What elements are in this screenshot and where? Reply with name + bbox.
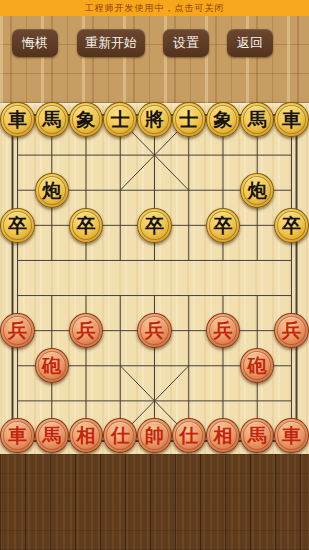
piece-black-elephant[interactable]: 象 [69, 102, 103, 137]
board-point-r7c1[interactable]: 砲 [35, 348, 69, 383]
board-point-r6c7[interactable] [240, 313, 274, 348]
board-point-r4c6[interactable] [206, 243, 240, 278]
xiangqi-app-screen: 工程师开发使用中，点击可关闭 悔棋 重新开始 设置 返回 車馬象士將士象馬車炮炮… [0, 0, 309, 550]
board-point-r9c8[interactable]: 車 [274, 418, 308, 453]
piece-glyph: 卒 [214, 215, 233, 234]
board-point-r3c8[interactable]: 卒 [274, 208, 308, 243]
board-point-r1c7[interactable] [240, 138, 274, 173]
piece-black-chariot[interactable]: 車 [0, 102, 34, 137]
piece-glyph: 相 [214, 426, 233, 445]
board-point-r0c8[interactable]: 車 [274, 102, 308, 137]
piece-glyph: 車 [282, 426, 301, 445]
board-point-r4c4[interactable] [137, 243, 171, 278]
board-point-r3c5[interactable] [172, 208, 206, 243]
board-point-r1c8[interactable] [274, 138, 308, 173]
piece-glyph: 馬 [42, 426, 61, 445]
board-point-r5c8[interactable] [274, 278, 308, 313]
board-point-r2c1[interactable]: 炮 [35, 173, 69, 208]
board-point-r0c4[interactable]: 將 [137, 102, 171, 137]
board-point-r5c6[interactable] [206, 278, 240, 313]
board-point-r8c2[interactable] [69, 383, 103, 418]
board-point-r3c7[interactable] [240, 208, 274, 243]
board-point-r6c4[interactable]: 兵 [137, 313, 171, 348]
board-point-r7c6[interactable] [206, 348, 240, 383]
piece-glyph: 馬 [42, 110, 61, 129]
piece-red-horse[interactable]: 馬 [240, 418, 274, 453]
board-point-r0c2[interactable]: 象 [69, 102, 103, 137]
board-point-r2c0[interactable] [0, 173, 34, 208]
piece-glyph: 砲 [248, 356, 267, 375]
board-point-r1c5[interactable] [172, 138, 206, 173]
board-point-r6c2[interactable]: 兵 [69, 313, 103, 348]
piece-glyph: 卒 [8, 215, 27, 234]
board-point-r2c2[interactable] [69, 173, 103, 208]
board-point-r2c7[interactable]: 炮 [240, 173, 274, 208]
board-point-r0c3[interactable]: 士 [103, 102, 137, 137]
piece-red-cannon[interactable]: 砲 [35, 348, 69, 383]
board-point-r1c6[interactable] [206, 138, 240, 173]
table-surface [0, 454, 309, 550]
piece-black-soldier[interactable]: 卒 [274, 208, 308, 243]
board-point-r5c3[interactable] [103, 278, 137, 313]
board-point-r7c0[interactable] [0, 348, 34, 383]
board-point-r7c7[interactable]: 砲 [240, 348, 274, 383]
piece-glyph: 砲 [42, 356, 61, 375]
piece-glyph: 兵 [282, 321, 301, 340]
board-point-r8c0[interactable] [0, 383, 34, 418]
piece-black-advisor[interactable]: 士 [172, 102, 206, 137]
toolbar: 悔棋 重新开始 设置 返回 [0, 16, 309, 103]
piece-red-elephant[interactable]: 相 [69, 418, 103, 453]
piece-red-horse[interactable]: 馬 [35, 418, 69, 453]
board-point-r7c4[interactable] [137, 348, 171, 383]
piece-red-advisor[interactable]: 仕 [103, 418, 137, 453]
piece-black-cannon[interactable]: 炮 [35, 173, 69, 208]
piece-glyph: 兵 [77, 321, 96, 340]
board-point-r0c7[interactable]: 馬 [240, 102, 274, 137]
piece-glyph: 車 [8, 426, 27, 445]
dev-notice-text: 工程师开发使用中，点击可关闭 [85, 2, 225, 15]
piece-glyph: 兵 [8, 321, 27, 340]
piece-red-soldier[interactable]: 兵 [69, 313, 103, 348]
board-point-r7c2[interactable] [69, 348, 103, 383]
board-point-r4c1[interactable] [35, 243, 69, 278]
piece-glyph: 卒 [282, 215, 301, 234]
board-point-r6c0[interactable]: 兵 [0, 313, 34, 348]
board-point-r0c6[interactable]: 象 [206, 102, 240, 137]
piece-glyph: 炮 [248, 180, 267, 199]
piece-glyph: 卒 [77, 215, 96, 234]
board-point-r6c8[interactable]: 兵 [274, 313, 308, 348]
piece-glyph: 將 [145, 110, 164, 129]
piece-black-general[interactable]: 將 [137, 102, 171, 137]
xiangqi-board: 車馬象士將士象馬車炮炮卒卒卒卒卒兵兵兵兵兵砲砲車馬相仕帥仕相馬車 [0, 103, 309, 454]
board-point-r6c5[interactable] [172, 313, 206, 348]
undo-move-button[interactable]: 悔棋 [12, 29, 58, 57]
piece-glyph: 兵 [214, 321, 233, 340]
piece-red-cannon[interactable]: 砲 [240, 348, 274, 383]
piece-glyph: 卒 [145, 215, 164, 234]
board-point-r4c8[interactable] [274, 243, 308, 278]
board-point-r5c1[interactable] [35, 278, 69, 313]
dev-notice-banner[interactable]: 工程师开发使用中，点击可关闭 [0, 0, 309, 16]
board-point-r1c1[interactable] [35, 138, 69, 173]
board-point-r4c5[interactable] [172, 243, 206, 278]
board-point-r9c1[interactable]: 馬 [35, 418, 69, 453]
piece-glyph: 炮 [42, 180, 61, 199]
back-button[interactable]: 返回 [227, 29, 273, 57]
board-point-r4c2[interactable] [69, 243, 103, 278]
piece-glyph: 仕 [111, 426, 130, 445]
board-point-r9c3[interactable]: 仕 [103, 418, 137, 453]
board-point-r6c6[interactable]: 兵 [206, 313, 240, 348]
board-point-r9c2[interactable]: 相 [69, 418, 103, 453]
piece-black-chariot[interactable]: 車 [274, 102, 308, 137]
board-point-r4c3[interactable] [103, 243, 137, 278]
board-point-r2c6[interactable] [206, 173, 240, 208]
board-point-r8c5[interactable] [172, 383, 206, 418]
board-point-r8c6[interactable] [206, 383, 240, 418]
board-point-r8c1[interactable] [35, 383, 69, 418]
board-point-r6c3[interactable] [103, 313, 137, 348]
piece-black-horse[interactable]: 馬 [35, 102, 69, 137]
board-point-r2c5[interactable] [172, 173, 206, 208]
board-point-r4c7[interactable] [240, 243, 274, 278]
piece-red-chariot[interactable]: 車 [274, 418, 308, 453]
pieces-grid: 車馬象士將士象馬車炮炮卒卒卒卒卒兵兵兵兵兵砲砲車馬相仕帥仕相馬車 [0, 102, 308, 453]
board-point-r3c3[interactable] [103, 208, 137, 243]
board-point-r1c2[interactable] [69, 138, 103, 173]
piece-red-chariot[interactable]: 車 [0, 418, 34, 453]
piece-black-cannon[interactable]: 炮 [240, 173, 274, 208]
piece-glyph: 相 [77, 426, 96, 445]
piece-red-soldier[interactable]: 兵 [0, 313, 34, 348]
board-point-r2c3[interactable] [103, 173, 137, 208]
board-point-r3c0[interactable]: 卒 [0, 208, 34, 243]
board-point-r9c6[interactable]: 相 [206, 418, 240, 453]
board-point-r7c8[interactable] [274, 348, 308, 383]
piece-glyph: 仕 [179, 426, 198, 445]
board-point-r1c4[interactable] [137, 138, 171, 173]
piece-red-soldier[interactable]: 兵 [206, 313, 240, 348]
piece-red-advisor[interactable]: 仕 [172, 418, 206, 453]
piece-red-soldier[interactable]: 兵 [137, 313, 171, 348]
board-point-r3c2[interactable]: 卒 [69, 208, 103, 243]
board-point-r8c7[interactable] [240, 383, 274, 418]
board-point-r5c2[interactable] [69, 278, 103, 313]
board-point-r3c6[interactable]: 卒 [206, 208, 240, 243]
board-point-r5c4[interactable] [137, 278, 171, 313]
board-point-r0c1[interactable]: 馬 [35, 102, 69, 137]
piece-black-soldier[interactable]: 卒 [206, 208, 240, 243]
board-point-r5c7[interactable] [240, 278, 274, 313]
board-point-r2c4[interactable] [137, 173, 171, 208]
board-point-r8c4[interactable] [137, 383, 171, 418]
board-point-r4c0[interactable] [0, 243, 34, 278]
piece-black-elephant[interactable]: 象 [206, 102, 240, 137]
piece-glyph: 馬 [248, 426, 267, 445]
board-point-r8c3[interactable] [103, 383, 137, 418]
board-point-r3c1[interactable] [35, 208, 69, 243]
board-point-r2c8[interactable] [274, 173, 308, 208]
piece-glyph: 士 [179, 110, 198, 129]
piece-glyph: 兵 [145, 321, 164, 340]
piece-black-horse[interactable]: 馬 [240, 102, 274, 137]
board-point-r3c4[interactable]: 卒 [137, 208, 171, 243]
restart-button[interactable]: 重新开始 [77, 29, 145, 57]
piece-black-advisor[interactable]: 士 [103, 102, 137, 137]
piece-black-soldier[interactable]: 卒 [137, 208, 171, 243]
piece-glyph: 象 [214, 110, 233, 129]
board-point-r7c5[interactable] [172, 348, 206, 383]
board-point-r9c5[interactable]: 仕 [172, 418, 206, 453]
piece-red-soldier[interactable]: 兵 [274, 313, 308, 348]
board-point-r9c7[interactable]: 馬 [240, 418, 274, 453]
board-point-r7c3[interactable] [103, 348, 137, 383]
piece-black-soldier[interactable]: 卒 [0, 208, 34, 243]
piece-black-soldier[interactable]: 卒 [69, 208, 103, 243]
board-point-r0c5[interactable]: 士 [172, 102, 206, 137]
board-point-r6c1[interactable] [35, 313, 69, 348]
board-point-r1c3[interactable] [103, 138, 137, 173]
piece-glyph: 士 [111, 110, 130, 129]
piece-glyph: 帥 [145, 426, 164, 445]
board-point-r0c0[interactable]: 車 [0, 102, 34, 137]
board-point-r8c8[interactable] [274, 383, 308, 418]
board-point-r1c0[interactable] [0, 138, 34, 173]
board-point-r9c4[interactable]: 帥 [137, 418, 171, 453]
settings-button[interactable]: 设置 [163, 29, 209, 57]
piece-glyph: 象 [77, 110, 96, 129]
piece-glyph: 馬 [248, 110, 267, 129]
piece-glyph: 車 [282, 110, 301, 129]
piece-red-elephant[interactable]: 相 [206, 418, 240, 453]
board-point-r9c0[interactable]: 車 [0, 418, 34, 453]
piece-glyph: 車 [8, 110, 27, 129]
board-point-r5c5[interactable] [172, 278, 206, 313]
piece-red-general[interactable]: 帥 [137, 418, 171, 453]
board-point-r5c0[interactable] [0, 278, 34, 313]
